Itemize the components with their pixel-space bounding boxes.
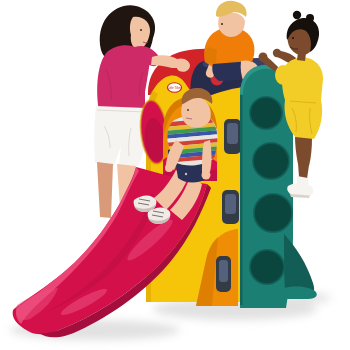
little-tikes-logo: Little Tikes: [167, 83, 182, 93]
toddler-arm: [202, 140, 212, 174]
product-photo: Little Tikes: [0, 0, 350, 350]
grab-handle: [222, 190, 239, 224]
girl-leg: [295, 136, 312, 166]
girl-hand: [273, 49, 281, 57]
woman-shorts: [94, 106, 146, 166]
girl-hair-bun: [306, 14, 314, 22]
girl-hair-bun: [293, 11, 301, 19]
grab-handle: [224, 119, 241, 154]
grab-handle: [216, 256, 231, 292]
girl-hand: [259, 53, 268, 62]
logo-text: Little Tikes: [167, 86, 182, 90]
photo-canvas: Little Tikes: [0, 0, 350, 350]
